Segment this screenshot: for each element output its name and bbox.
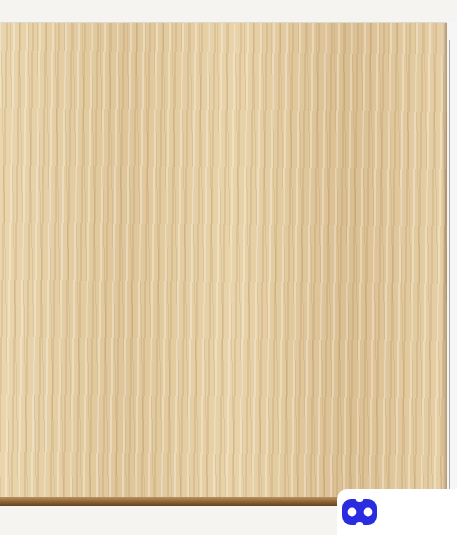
side-panel-border — [449, 40, 450, 535]
side-panel-edge — [447, 22, 457, 535]
file-numbers-top — [0, 0, 457, 23]
site-watermark — [337, 489, 457, 535]
xiangqi-board[interactable] — [0, 22, 447, 506]
xiangqi-app-window — [0, 0, 457, 535]
gamepad-icon — [341, 496, 379, 528]
